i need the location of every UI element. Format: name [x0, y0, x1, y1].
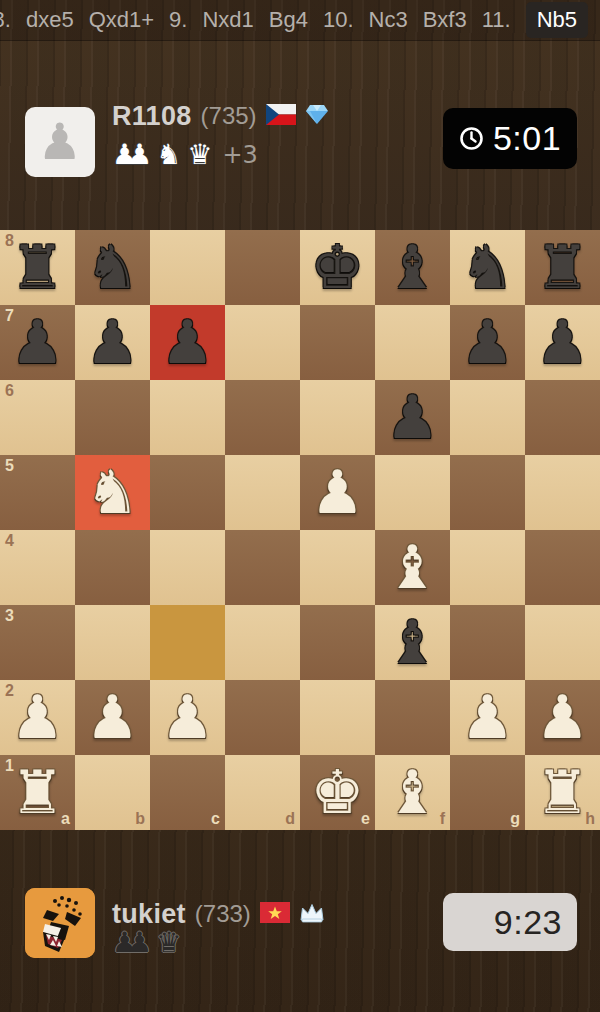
captured-white-queen: ♛ [187, 140, 212, 170]
square-g5[interactable] [450, 455, 525, 530]
square-c8[interactable] [150, 230, 225, 305]
bottom-player-rating: (733) [195, 900, 251, 928]
square-f6[interactable]: ♟ [375, 380, 450, 455]
square-h5[interactable] [525, 455, 600, 530]
bottom-captured-pieces: ♟♟ ♛ [112, 926, 181, 960]
cheetah-avatar-image [25, 888, 95, 958]
piece-black-pawn-f6[interactable]: ♟ [375, 380, 450, 455]
square-e1[interactable]: e♚ [300, 755, 375, 830]
piece-white-pawn-b2[interactable]: ♟ [75, 680, 150, 755]
square-d3[interactable] [225, 605, 300, 680]
piece-white-rook-h1[interactable]: ♜ [525, 755, 600, 830]
piece-black-rook-a8[interactable]: ♜ [0, 230, 75, 305]
piece-black-rook-h8[interactable]: ♜ [525, 230, 600, 305]
rank-label-3: 3 [5, 608, 14, 624]
square-c3[interactable] [150, 605, 225, 680]
move-token[interactable]: 10. [323, 7, 354, 33]
move-token[interactable]: Nxd1 [202, 7, 253, 33]
square-h4[interactable] [525, 530, 600, 605]
square-e2[interactable] [300, 680, 375, 755]
square-h7[interactable]: ♟ [525, 305, 600, 380]
square-h2[interactable]: ♟ [525, 680, 600, 755]
piece-white-pawn-h2[interactable]: ♟ [525, 680, 600, 755]
square-a4[interactable]: 4 [0, 530, 75, 605]
material-advantage: +3 [222, 141, 257, 169]
square-e6[interactable] [300, 380, 375, 455]
file-label-d: d [285, 811, 295, 827]
piece-black-knight-b8[interactable]: ♞ [75, 230, 150, 305]
square-d6[interactable] [225, 380, 300, 455]
captured-black-pawns: ♟♟ [112, 928, 142, 958]
square-h6[interactable] [525, 380, 600, 455]
square-a7[interactable]: 7♟ [0, 305, 75, 380]
move-token[interactable]: Bxf3 [423, 7, 467, 33]
top-player-clock: 5:01 [443, 108, 577, 169]
piece-black-bishop-f8[interactable]: ♝ [375, 230, 450, 305]
square-f1[interactable]: f♝ [375, 755, 450, 830]
square-e4[interactable] [300, 530, 375, 605]
piece-black-pawn-h7[interactable]: ♟ [525, 305, 600, 380]
square-c5[interactable] [150, 455, 225, 530]
square-b8[interactable]: ♞ [75, 230, 150, 305]
piece-white-king-e1[interactable]: ♚ [300, 755, 375, 830]
square-a8[interactable]: 8♜ [0, 230, 75, 305]
czech-flag-icon [266, 104, 296, 129]
top-player-avatar[interactable]: ♟ [25, 107, 95, 177]
square-f3[interactable]: ♝ [375, 605, 450, 680]
game-screen: e58.dxe5Qxd1+9.Nxd1Bg410.Nc3Bxf311.Nb5 ♟… [0, 0, 600, 1012]
current-move[interactable]: Nb5 [526, 2, 588, 38]
square-c6[interactable] [150, 380, 225, 455]
square-d1[interactable]: d [225, 755, 300, 830]
vietnam-flag-icon [260, 902, 290, 927]
rank-label-5: 5 [5, 458, 14, 474]
piece-white-bishop-f1[interactable]: ♝ [375, 755, 450, 830]
square-a2[interactable]: 2♟ [0, 680, 75, 755]
square-e7[interactable] [300, 305, 375, 380]
square-e5[interactable]: ♟ [300, 455, 375, 530]
file-label-b: b [135, 811, 145, 827]
piece-black-bishop-f3[interactable]: ♝ [375, 605, 450, 680]
square-g1[interactable]: g [450, 755, 525, 830]
piece-white-pawn-a2[interactable]: ♟ [0, 680, 75, 755]
piece-black-pawn-b7[interactable]: ♟ [75, 305, 150, 380]
square-e8[interactable]: ♚ [300, 230, 375, 305]
clock-icon [459, 126, 484, 151]
square-f8[interactable]: ♝ [375, 230, 450, 305]
piece-white-pawn-e5[interactable]: ♟ [300, 455, 375, 530]
file-label-g: g [510, 811, 520, 827]
square-g8[interactable]: ♞ [450, 230, 525, 305]
move-token[interactable]: Nc3 [369, 7, 408, 33]
move-token[interactable]: Bg4 [269, 7, 308, 33]
piece-white-rook-a1[interactable]: ♜ [0, 755, 75, 830]
move-token[interactable]: 11. [482, 7, 511, 33]
square-b2[interactable]: ♟ [75, 680, 150, 755]
square-h3[interactable] [525, 605, 600, 680]
bottom-clock-time: 9:23 [494, 903, 562, 942]
top-player-username[interactable]: R1108 [112, 101, 192, 132]
square-h8[interactable]: ♜ [525, 230, 600, 305]
square-f5[interactable] [375, 455, 450, 530]
square-a6[interactable]: 6 [0, 380, 75, 455]
square-b1[interactable]: b [75, 755, 150, 830]
square-f4[interactable]: ♝ [375, 530, 450, 605]
bottom-player-username[interactable]: tukiet [112, 899, 186, 930]
file-label-c: c [211, 811, 220, 827]
rank-label-4: 4 [5, 533, 14, 549]
piece-black-pawn-c7[interactable]: ♟ [150, 305, 225, 380]
square-g2[interactable]: ♟ [450, 680, 525, 755]
bottom-player-avatar[interactable] [25, 888, 95, 958]
top-captured-pieces: ♟♟ ♞ ♛ +3 [112, 138, 258, 172]
captured-white-pawns: ♟♟ [112, 140, 142, 170]
chess-board[interactable]: 8♜♞♚♝♞♜7♟♟♟♟♟6♟5♞♟4♝3♝2♟♟♟♟♟1a♜bcde♚f♝gh… [0, 230, 600, 830]
diamond-icon [305, 103, 329, 130]
bottom-player-clock: 9:23 [443, 893, 577, 951]
piece-white-bishop-f4[interactable]: ♝ [375, 530, 450, 605]
piece-black-pawn-a7[interactable]: ♟ [0, 305, 75, 380]
move-token[interactable]: 8. [0, 7, 11, 33]
square-f7[interactable] [375, 305, 450, 380]
piece-black-knight-g8[interactable]: ♞ [450, 230, 525, 305]
square-c7[interactable]: ♟ [150, 305, 225, 380]
square-b3[interactable] [75, 605, 150, 680]
crown-icon [299, 901, 325, 927]
square-d5[interactable] [225, 455, 300, 530]
square-d8[interactable] [225, 230, 300, 305]
square-b5[interactable]: ♞ [75, 455, 150, 530]
square-c2[interactable]: ♟ [150, 680, 225, 755]
piece-white-pawn-g2[interactable]: ♟ [450, 680, 525, 755]
square-g7[interactable]: ♟ [450, 305, 525, 380]
square-e3[interactable] [300, 605, 375, 680]
captured-black-queen: ♛ [156, 928, 181, 958]
move-token[interactable]: dxe5 [26, 7, 74, 33]
move-token[interactable]: Qxd1+ [89, 7, 154, 33]
move-list-bar[interactable]: e58.dxe5Qxd1+9.Nxd1Bg410.Nc3Bxf311.Nb5 [0, 0, 600, 41]
pawn-avatar-icon: ♟ [38, 107, 83, 177]
square-a5[interactable]: 5 [0, 455, 75, 530]
piece-white-knight-b5[interactable]: ♞ [75, 455, 150, 530]
square-b6[interactable] [75, 380, 150, 455]
move-token[interactable]: 9. [169, 7, 187, 33]
captured-white-knight: ♞ [156, 140, 181, 170]
top-player-rating: (735) [201, 102, 257, 130]
square-a3[interactable]: 3 [0, 605, 75, 680]
square-a1[interactable]: 1a♜ [0, 755, 75, 830]
piece-black-king-e8[interactable]: ♚ [300, 230, 375, 305]
square-g3[interactable] [450, 605, 525, 680]
top-clock-time: 5:01 [493, 119, 561, 158]
piece-black-pawn-g7[interactable]: ♟ [450, 305, 525, 380]
square-f2[interactable] [375, 680, 450, 755]
square-c1[interactable]: c [150, 755, 225, 830]
square-d4[interactable] [225, 530, 300, 605]
square-b7[interactable]: ♟ [75, 305, 150, 380]
rank-label-6: 6 [5, 383, 14, 399]
square-c4[interactable] [150, 530, 225, 605]
square-g4[interactable] [450, 530, 525, 605]
piece-white-pawn-c2[interactable]: ♟ [150, 680, 225, 755]
square-d7[interactable] [225, 305, 300, 380]
square-b4[interactable] [75, 530, 150, 605]
square-g6[interactable] [450, 380, 525, 455]
top-player-name-row[interactable]: R1108 (735) [112, 99, 329, 133]
square-d2[interactable] [225, 680, 300, 755]
square-h1[interactable]: h♜ [525, 755, 600, 830]
